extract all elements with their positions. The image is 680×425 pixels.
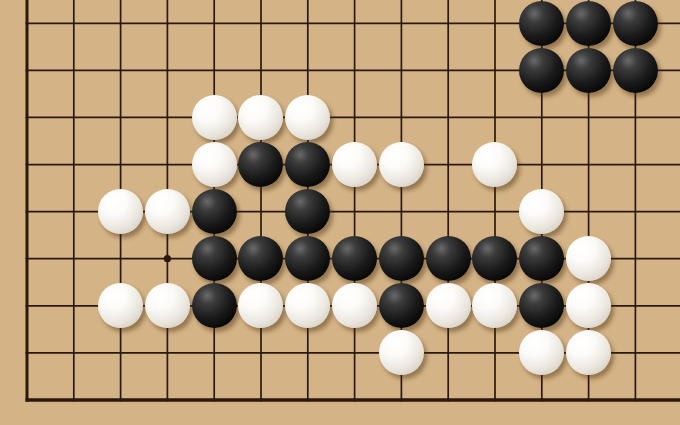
intersection[interactable] <box>97 329 144 376</box>
intersection[interactable]: ○ <box>191 94 238 141</box>
intersection[interactable] <box>238 0 285 47</box>
white-stone-glyph: ○ <box>483 292 507 320</box>
intersection[interactable] <box>612 141 659 188</box>
intersection[interactable] <box>191 376 238 423</box>
intersection[interactable] <box>4 47 51 94</box>
intersection[interactable] <box>425 376 472 423</box>
white-stone: ○ <box>285 95 330 140</box>
intersection[interactable] <box>378 188 425 235</box>
intersection[interactable]: ○ <box>378 329 425 376</box>
intersection[interactable] <box>518 376 565 423</box>
intersection[interactable] <box>472 329 519 376</box>
intersection[interactable] <box>50 188 97 235</box>
white-stone: ○ <box>332 142 377 187</box>
black-stone: ● <box>566 1 611 46</box>
intersection[interactable]: ○ <box>97 188 144 235</box>
intersection[interactable]: ○ <box>565 235 612 282</box>
intersection[interactable] <box>97 235 144 282</box>
white-stone-glyph: ○ <box>108 198 132 226</box>
black-stone: ● <box>379 283 424 328</box>
black-stone-glyph: ● <box>576 9 600 37</box>
intersection[interactable]: ○ <box>565 282 612 329</box>
black-stone: ● <box>472 236 517 281</box>
black-stone-glyph: ● <box>389 292 413 320</box>
black-stone: ● <box>519 283 564 328</box>
intersection[interactable] <box>565 94 612 141</box>
black-stone-glyph: ● <box>530 9 554 37</box>
black-stone: ● <box>332 236 377 281</box>
intersection[interactable] <box>425 0 472 47</box>
black-stone: ● <box>613 48 658 93</box>
intersection[interactable] <box>331 47 378 94</box>
black-stone-glyph: ● <box>202 292 226 320</box>
intersection[interactable] <box>378 94 425 141</box>
white-stone-glyph: ○ <box>155 292 179 320</box>
intersection[interactable] <box>331 0 378 47</box>
intersection[interactable]: ○ <box>425 282 472 329</box>
white-stone: ○ <box>192 142 237 187</box>
intersection[interactable] <box>425 94 472 141</box>
white-stone: ○ <box>379 142 424 187</box>
intersection[interactable]: ○ <box>238 94 285 141</box>
intersection[interactable] <box>50 235 97 282</box>
intersection[interactable] <box>659 235 680 282</box>
black-stone: ● <box>379 236 424 281</box>
intersection[interactable]: ● <box>472 235 519 282</box>
intersection[interactable] <box>238 47 285 94</box>
intersection[interactable]: ○ <box>191 141 238 188</box>
white-stone: ○ <box>332 283 377 328</box>
intersection[interactable]: ○ <box>472 141 519 188</box>
intersection[interactable] <box>331 329 378 376</box>
black-stone-glyph: ● <box>296 150 320 178</box>
intersection[interactable] <box>425 141 472 188</box>
black-stone: ● <box>238 142 283 187</box>
black-stone-glyph: ● <box>249 245 273 273</box>
black-stone-glyph: ● <box>202 245 226 273</box>
white-stone-glyph: ○ <box>436 292 460 320</box>
intersection[interactable]: ○ <box>518 329 565 376</box>
intersection[interactable] <box>50 0 97 47</box>
intersection[interactable] <box>238 329 285 376</box>
white-stone-glyph: ○ <box>530 198 554 226</box>
intersection[interactable] <box>4 188 51 235</box>
intersection[interactable] <box>659 376 680 423</box>
white-stone: ○ <box>192 95 237 140</box>
black-stone-glyph: ● <box>296 245 320 273</box>
black-stone-glyph: ● <box>249 150 273 178</box>
intersection[interactable] <box>612 329 659 376</box>
black-stone: ● <box>519 236 564 281</box>
black-stone: ● <box>285 142 330 187</box>
intersection[interactable]: ○ <box>518 188 565 235</box>
black-stone: ● <box>613 1 658 46</box>
intersection[interactable]: ● <box>425 235 472 282</box>
white-stone-glyph: ○ <box>296 292 320 320</box>
intersection[interactable]: ● <box>565 0 612 47</box>
intersection[interactable] <box>378 376 425 423</box>
white-stone: ○ <box>238 95 283 140</box>
intersection[interactable]: ○ <box>565 329 612 376</box>
white-stone: ○ <box>98 283 143 328</box>
intersection[interactable]: ● <box>191 235 238 282</box>
intersection[interactable]: ○ <box>144 282 191 329</box>
intersection[interactable] <box>612 376 659 423</box>
white-stone-glyph: ○ <box>483 150 507 178</box>
white-stone: ○ <box>519 189 564 234</box>
intersection[interactable] <box>659 282 680 329</box>
white-stone: ○ <box>519 330 564 375</box>
white-stone-glyph: ○ <box>576 245 600 273</box>
white-stone-glyph: ○ <box>202 150 226 178</box>
intersection[interactable] <box>191 47 238 94</box>
white-stone: ○ <box>472 142 517 187</box>
black-stone-glyph: ● <box>530 245 554 273</box>
intersection[interactable] <box>144 329 191 376</box>
white-stone: ○ <box>145 189 190 234</box>
intersection[interactable]: ● <box>565 47 612 94</box>
intersection[interactable] <box>144 47 191 94</box>
intersection[interactable] <box>284 47 331 94</box>
intersection[interactable]: ● <box>238 141 285 188</box>
intersection[interactable] <box>144 235 191 282</box>
intersection[interactable] <box>425 188 472 235</box>
white-stone: ○ <box>379 330 424 375</box>
intersection[interactable]: ● <box>284 141 331 188</box>
intersection[interactable] <box>472 94 519 141</box>
intersection[interactable]: ● <box>612 0 659 47</box>
intersection[interactable] <box>284 0 331 47</box>
black-stone: ● <box>519 1 564 46</box>
stones-grid: ●●●●●●○○○○●●○○○○○●●○●●●●●●●●○○○●○○○●○○●○… <box>4 0 680 423</box>
intersection[interactable] <box>4 141 51 188</box>
intersection[interactable] <box>238 376 285 423</box>
white-stone: ○ <box>566 236 611 281</box>
intersection[interactable] <box>238 188 285 235</box>
intersection[interactable]: ● <box>518 47 565 94</box>
intersection[interactable]: ● <box>284 235 331 282</box>
intersection[interactable] <box>331 376 378 423</box>
intersection[interactable] <box>612 188 659 235</box>
intersection[interactable] <box>4 94 51 141</box>
black-stone-glyph: ● <box>342 245 366 273</box>
intersection[interactable] <box>518 141 565 188</box>
intersection[interactable]: ● <box>238 235 285 282</box>
intersection[interactable] <box>472 376 519 423</box>
black-stone-glyph: ● <box>483 245 507 273</box>
black-stone-glyph: ● <box>202 198 226 226</box>
black-stone-glyph: ● <box>389 245 413 273</box>
intersection[interactable] <box>4 235 51 282</box>
black-stone-glyph: ● <box>436 245 460 273</box>
intersection[interactable] <box>4 282 51 329</box>
intersection[interactable] <box>97 376 144 423</box>
white-stone-glyph: ○ <box>576 292 600 320</box>
white-stone-glyph: ○ <box>155 198 179 226</box>
intersection[interactable] <box>97 0 144 47</box>
white-stone-glyph: ○ <box>342 150 366 178</box>
intersection[interactable] <box>659 329 680 376</box>
black-stone: ● <box>285 236 330 281</box>
black-stone: ● <box>285 189 330 234</box>
black-stone: ● <box>192 189 237 234</box>
black-stone: ● <box>192 283 237 328</box>
black-stone-glyph: ● <box>623 56 647 84</box>
intersection[interactable]: ● <box>518 0 565 47</box>
intersection[interactable]: ● <box>331 235 378 282</box>
intersection[interactable] <box>331 94 378 141</box>
intersection[interactable] <box>284 376 331 423</box>
intersection[interactable]: ● <box>191 282 238 329</box>
white-stone: ○ <box>145 283 190 328</box>
white-stone: ○ <box>566 330 611 375</box>
intersection[interactable]: ● <box>284 188 331 235</box>
intersection[interactable] <box>50 376 97 423</box>
intersection[interactable] <box>378 47 425 94</box>
black-stone: ● <box>192 236 237 281</box>
black-stone: ● <box>566 48 611 93</box>
intersection[interactable]: ○ <box>331 282 378 329</box>
intersection[interactable] <box>50 329 97 376</box>
intersection[interactable]: ○ <box>331 141 378 188</box>
intersection[interactable] <box>518 94 565 141</box>
intersection[interactable] <box>144 376 191 423</box>
intersection[interactable]: ● <box>191 188 238 235</box>
intersection[interactable] <box>659 188 680 235</box>
intersection[interactable]: ● <box>612 47 659 94</box>
intersection[interactable]: ● <box>378 235 425 282</box>
intersection[interactable] <box>659 47 680 94</box>
intersection[interactable] <box>97 47 144 94</box>
white-stone: ○ <box>238 283 283 328</box>
intersection[interactable] <box>612 282 659 329</box>
intersection[interactable] <box>612 235 659 282</box>
intersection[interactable] <box>565 141 612 188</box>
black-stone-glyph: ● <box>623 9 647 37</box>
white-stone-glyph: ○ <box>389 150 413 178</box>
intersection[interactable]: ● <box>378 282 425 329</box>
intersection[interactable] <box>97 141 144 188</box>
white-stone-glyph: ○ <box>108 292 132 320</box>
intersection[interactable] <box>191 0 238 47</box>
intersection[interactable] <box>425 329 472 376</box>
intersection[interactable] <box>4 329 51 376</box>
intersection[interactable] <box>425 47 472 94</box>
intersection[interactable] <box>331 188 378 235</box>
intersection[interactable] <box>659 94 680 141</box>
intersection[interactable] <box>50 141 97 188</box>
intersection[interactable] <box>472 0 519 47</box>
white-stone-glyph: ○ <box>342 292 366 320</box>
black-stone-glyph: ● <box>530 56 554 84</box>
intersection[interactable]: ○ <box>284 282 331 329</box>
white-stone: ○ <box>472 283 517 328</box>
intersection[interactable] <box>565 188 612 235</box>
white-stone-glyph: ○ <box>249 292 273 320</box>
intersection[interactable]: ○ <box>472 282 519 329</box>
intersection[interactable] <box>659 0 680 47</box>
intersection[interactable] <box>144 0 191 47</box>
intersection[interactable]: ● <box>518 235 565 282</box>
intersection[interactable] <box>97 94 144 141</box>
intersection[interactable] <box>612 94 659 141</box>
intersection[interactable] <box>565 376 612 423</box>
black-stone-glyph: ● <box>576 56 600 84</box>
white-stone-glyph: ○ <box>576 339 600 367</box>
black-stone-glyph: ● <box>530 292 554 320</box>
white-stone: ○ <box>426 283 471 328</box>
intersection[interactable] <box>191 329 238 376</box>
intersection[interactable] <box>659 141 680 188</box>
intersection[interactable] <box>144 94 191 141</box>
white-stone: ○ <box>566 283 611 328</box>
white-stone-glyph: ○ <box>389 339 413 367</box>
intersection[interactable]: ● <box>518 282 565 329</box>
go-board: ●●●●●●○○○○●●○○○○○●●○●●●●●●●●○○○●○○○●○○●○… <box>0 0 680 425</box>
intersection[interactable]: ○ <box>97 282 144 329</box>
black-stone-glyph: ● <box>296 198 320 226</box>
intersection[interactable]: ○ <box>238 282 285 329</box>
white-stone-glyph: ○ <box>296 103 320 131</box>
intersection[interactable] <box>472 47 519 94</box>
intersection[interactable]: ○ <box>284 94 331 141</box>
intersection[interactable] <box>4 0 51 47</box>
intersection[interactable] <box>50 94 97 141</box>
intersection[interactable] <box>472 188 519 235</box>
white-stone-glyph: ○ <box>249 103 273 131</box>
white-stone-glyph: ○ <box>202 103 226 131</box>
intersection[interactable]: ○ <box>144 188 191 235</box>
intersection[interactable] <box>284 329 331 376</box>
intersection[interactable] <box>4 376 51 423</box>
intersection[interactable] <box>144 141 191 188</box>
black-stone: ● <box>238 236 283 281</box>
intersection[interactable] <box>50 282 97 329</box>
intersection[interactable] <box>50 47 97 94</box>
intersection[interactable] <box>378 0 425 47</box>
white-stone-glyph: ○ <box>530 339 554 367</box>
black-stone: ● <box>519 48 564 93</box>
white-stone: ○ <box>98 189 143 234</box>
intersection[interactable]: ○ <box>378 141 425 188</box>
black-stone: ● <box>426 236 471 281</box>
white-stone: ○ <box>285 283 330 328</box>
